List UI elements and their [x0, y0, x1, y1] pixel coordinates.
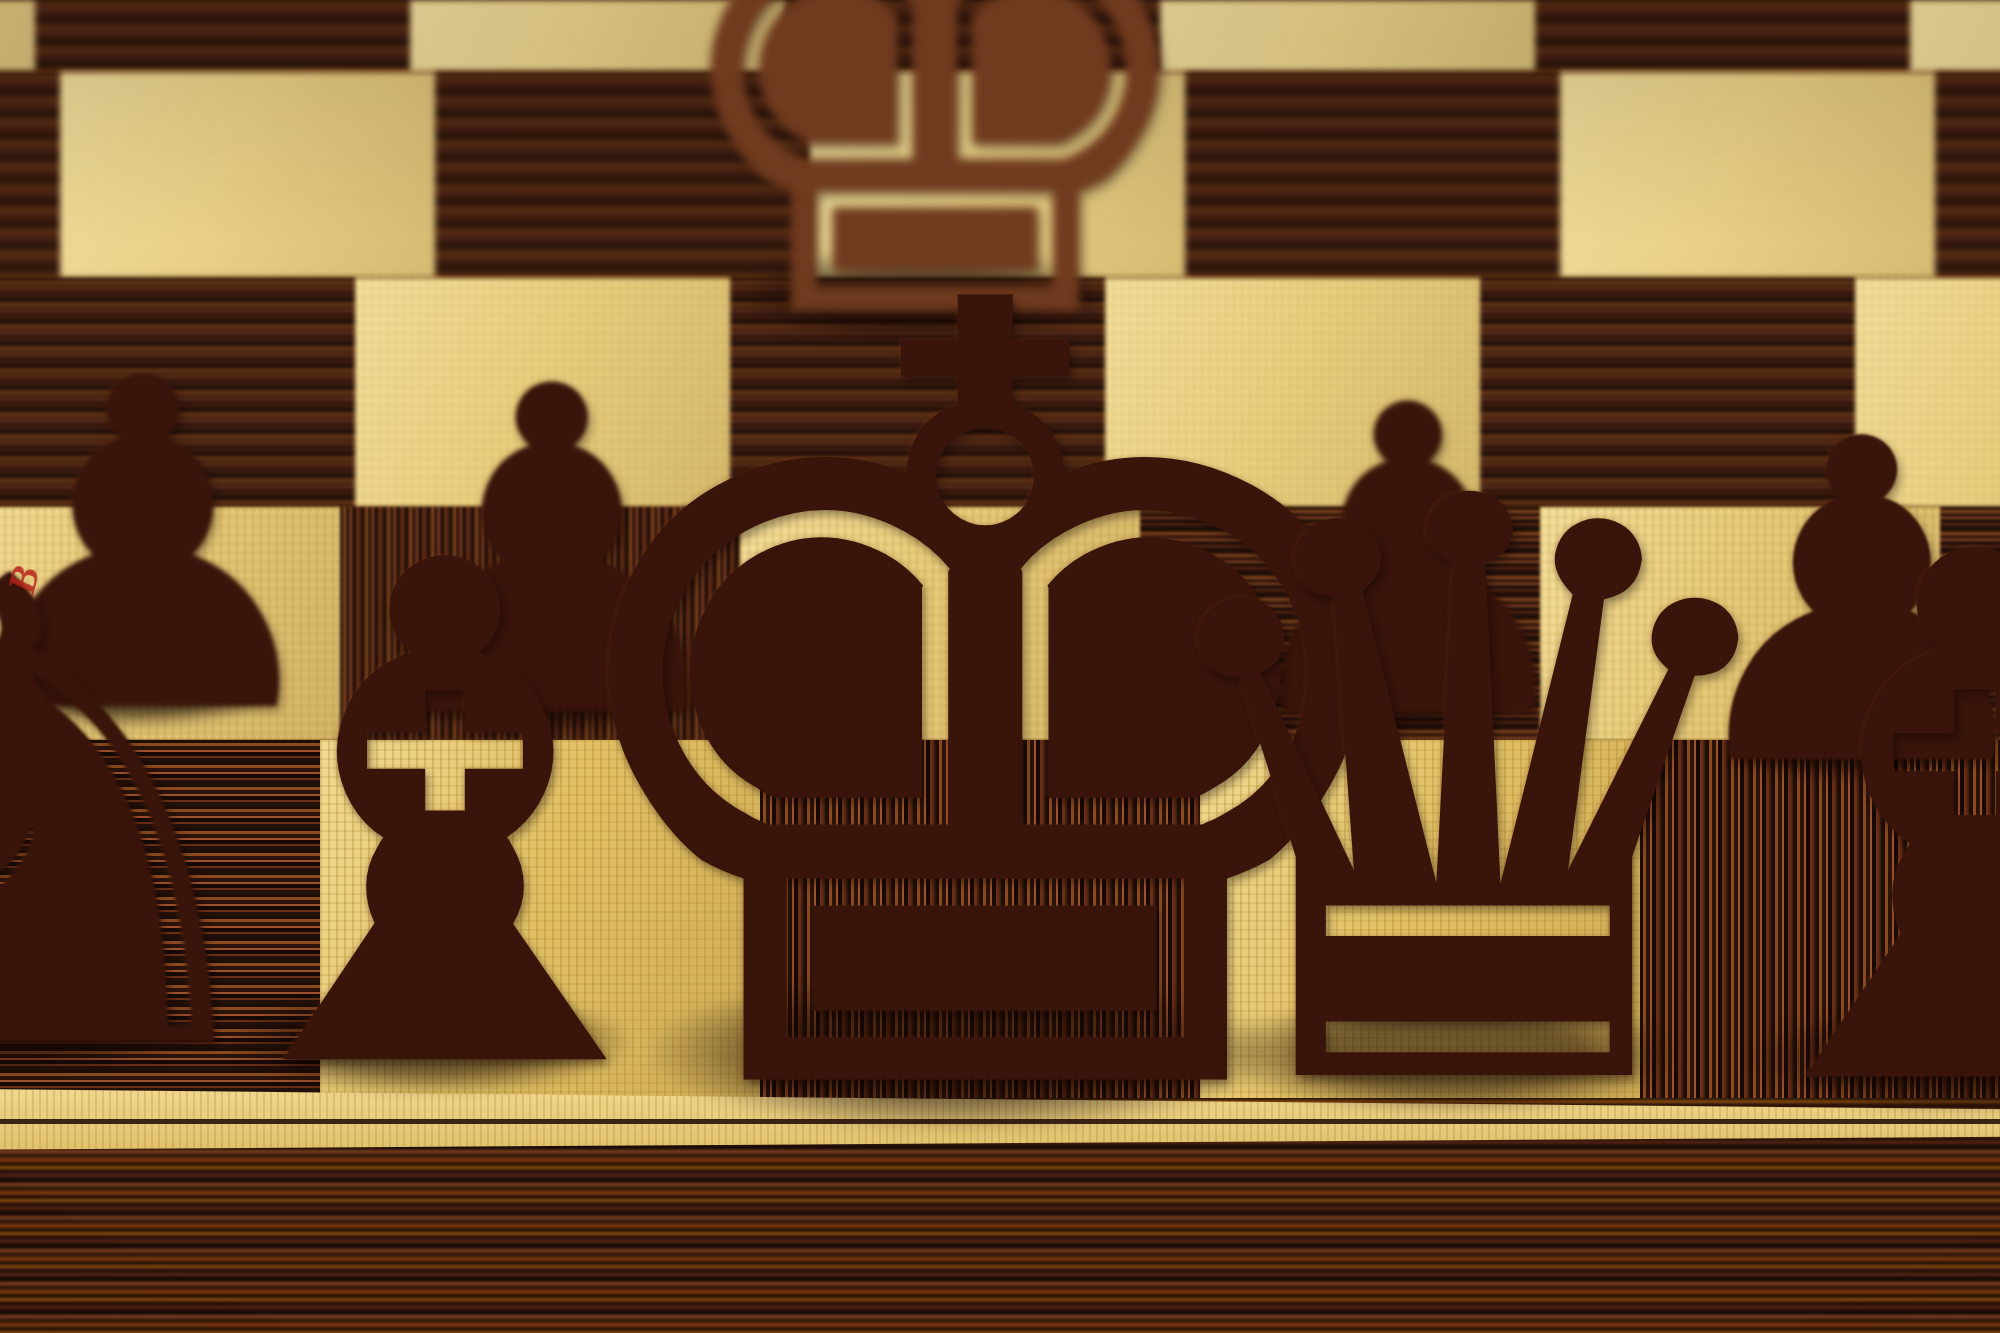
photo-scene: ♚♟♟♟♟♞♝♚♛♝B	[0, 0, 2000, 1333]
pieces-layer: ♚♟♟♟♟♞♝♚♛♝B	[0, 0, 2000, 1333]
dark-bishop-piece[interactable]: ♝	[1650, 464, 2000, 1189]
